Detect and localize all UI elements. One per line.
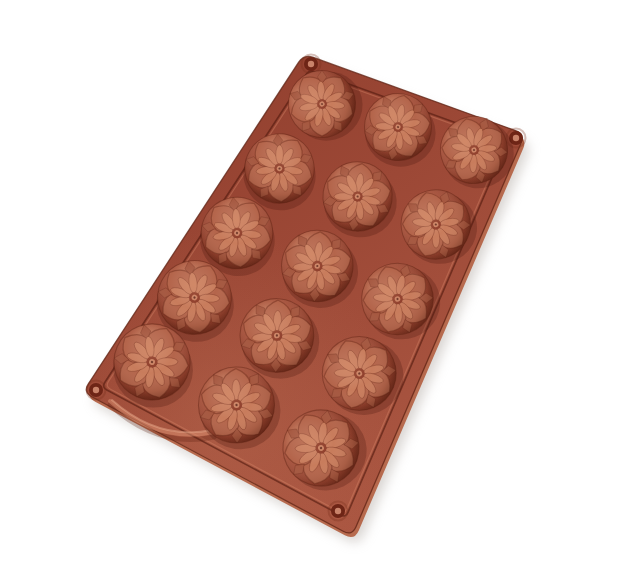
corner-hole	[329, 502, 348, 521]
product-photo	[0, 0, 617, 585]
corner-hole	[87, 381, 106, 400]
silicone-mold-photo	[0, 0, 617, 585]
